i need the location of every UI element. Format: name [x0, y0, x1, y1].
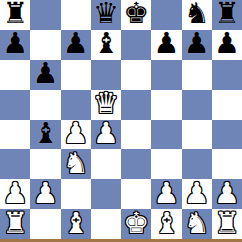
piece-white-pawn-b2[interactable]: ♟ — [32, 179, 58, 207]
square-e6[interactable] — [121, 60, 151, 90]
square-g4[interactable] — [182, 120, 212, 150]
piece-black-knight-g8[interactable]: ♞ — [184, 0, 210, 28]
square-b8[interactable] — [30, 0, 60, 30]
piece-black-pawn-f7[interactable]: ♟ — [153, 30, 179, 58]
piece-black-pawn-b6[interactable]: ♟ — [32, 60, 58, 88]
square-a3[interactable] — [0, 149, 30, 179]
square-h4[interactable] — [212, 120, 242, 150]
piece-black-bishop-b4[interactable]: ♝ — [32, 120, 58, 148]
square-c1[interactable]: ♝ — [61, 209, 91, 239]
piece-white-pawn-d4[interactable]: ♟ — [93, 120, 119, 148]
square-f1[interactable]: ♝ — [151, 209, 181, 239]
square-f6[interactable] — [151, 60, 181, 90]
square-g1[interactable]: ♞ — [182, 209, 212, 239]
piece-white-pawn-g2[interactable]: ♟ — [184, 179, 210, 207]
piece-white-knight-c3[interactable]: ♞ — [63, 149, 89, 177]
square-c4[interactable]: ♟ — [61, 120, 91, 150]
square-d5[interactable]: ♛ — [91, 90, 121, 120]
square-g3[interactable] — [182, 149, 212, 179]
piece-black-pawn-h7[interactable]: ♟ — [214, 30, 240, 58]
square-c3[interactable]: ♞ — [61, 149, 91, 179]
square-a1[interactable]: ♜ — [0, 209, 30, 239]
square-b7[interactable] — [30, 30, 60, 60]
piece-black-rook-h8[interactable]: ♜ — [214, 0, 240, 28]
square-e8[interactable]: ♚ — [121, 0, 151, 30]
square-b4[interactable]: ♝ — [30, 120, 60, 150]
square-f8[interactable] — [151, 0, 181, 30]
square-h5[interactable] — [212, 90, 242, 120]
square-g2[interactable]: ♟ — [182, 179, 212, 209]
piece-white-rook-a1[interactable]: ♜ — [2, 209, 28, 237]
piece-white-bishop-c1[interactable]: ♝ — [63, 209, 89, 237]
square-h6[interactable] — [212, 60, 242, 90]
square-h3[interactable] — [212, 149, 242, 179]
square-a7[interactable]: ♟ — [0, 30, 30, 60]
square-g5[interactable] — [182, 90, 212, 120]
piece-white-bishop-f1[interactable]: ♝ — [153, 209, 179, 237]
square-a5[interactable] — [0, 90, 30, 120]
square-g7[interactable]: ♟ — [182, 30, 212, 60]
chess-board: ♜♛♚♞♜♟♟♝♟♟♟♟♛♝♟♟♞♟♟♟♟♟♜♝♚♝♞♜ — [0, 0, 242, 239]
square-d7[interactable]: ♝ — [91, 30, 121, 60]
piece-white-pawn-f2[interactable]: ♟ — [153, 179, 179, 207]
square-a6[interactable] — [0, 60, 30, 90]
piece-black-pawn-c7[interactable]: ♟ — [63, 30, 89, 58]
square-f7[interactable]: ♟ — [151, 30, 181, 60]
square-e5[interactable] — [121, 90, 151, 120]
square-g8[interactable]: ♞ — [182, 0, 212, 30]
square-b6[interactable]: ♟ — [30, 60, 60, 90]
square-a2[interactable]: ♟ — [0, 179, 30, 209]
square-c5[interactable] — [61, 90, 91, 120]
square-e4[interactable] — [121, 120, 151, 150]
square-b3[interactable] — [30, 149, 60, 179]
square-e1[interactable]: ♚ — [121, 209, 151, 239]
square-a8[interactable]: ♜ — [0, 0, 30, 30]
square-b1[interactable] — [30, 209, 60, 239]
square-h2[interactable]: ♟ — [212, 179, 242, 209]
square-d8[interactable]: ♛ — [91, 0, 121, 30]
piece-white-queen-d5[interactable]: ♛ — [93, 90, 119, 118]
piece-black-pawn-a7[interactable]: ♟ — [2, 30, 28, 58]
square-e2[interactable] — [121, 179, 151, 209]
piece-white-knight-g1[interactable]: ♞ — [184, 209, 210, 237]
piece-white-pawn-a2[interactable]: ♟ — [2, 179, 28, 207]
piece-black-pawn-g7[interactable]: ♟ — [184, 30, 210, 58]
piece-white-rook-h1[interactable]: ♜ — [214, 209, 240, 237]
square-d1[interactable] — [91, 209, 121, 239]
square-h8[interactable]: ♜ — [212, 0, 242, 30]
square-e3[interactable] — [121, 149, 151, 179]
piece-black-queen-d8[interactable]: ♛ — [93, 0, 119, 28]
square-d3[interactable] — [91, 149, 121, 179]
chess-board-frame: ♜♛♚♞♜♟♟♝♟♟♟♟♛♝♟♟♞♟♟♟♟♟♜♝♚♝♞♜ — [0, 0, 242, 242]
piece-white-pawn-c4[interactable]: ♟ — [63, 120, 89, 148]
square-d6[interactable] — [91, 60, 121, 90]
square-f3[interactable] — [151, 149, 181, 179]
piece-black-rook-a8[interactable]: ♜ — [2, 0, 28, 28]
square-f4[interactable] — [151, 120, 181, 150]
square-c7[interactable]: ♟ — [61, 30, 91, 60]
square-b2[interactable]: ♟ — [30, 179, 60, 209]
square-h7[interactable]: ♟ — [212, 30, 242, 60]
square-d2[interactable] — [91, 179, 121, 209]
square-d4[interactable]: ♟ — [91, 120, 121, 150]
square-h1[interactable]: ♜ — [212, 209, 242, 239]
piece-black-bishop-d7[interactable]: ♝ — [93, 30, 119, 58]
square-c6[interactable] — [61, 60, 91, 90]
square-f5[interactable] — [151, 90, 181, 120]
square-b5[interactable] — [30, 90, 60, 120]
square-f2[interactable]: ♟ — [151, 179, 181, 209]
piece-white-pawn-h2[interactable]: ♟ — [214, 179, 240, 207]
square-g6[interactable] — [182, 60, 212, 90]
square-e7[interactable] — [121, 30, 151, 60]
piece-white-king-e1[interactable]: ♚ — [123, 209, 149, 237]
square-c2[interactable] — [61, 179, 91, 209]
square-c8[interactable] — [61, 0, 91, 30]
square-a4[interactable] — [0, 120, 30, 150]
piece-black-king-e8[interactable]: ♚ — [123, 0, 149, 28]
